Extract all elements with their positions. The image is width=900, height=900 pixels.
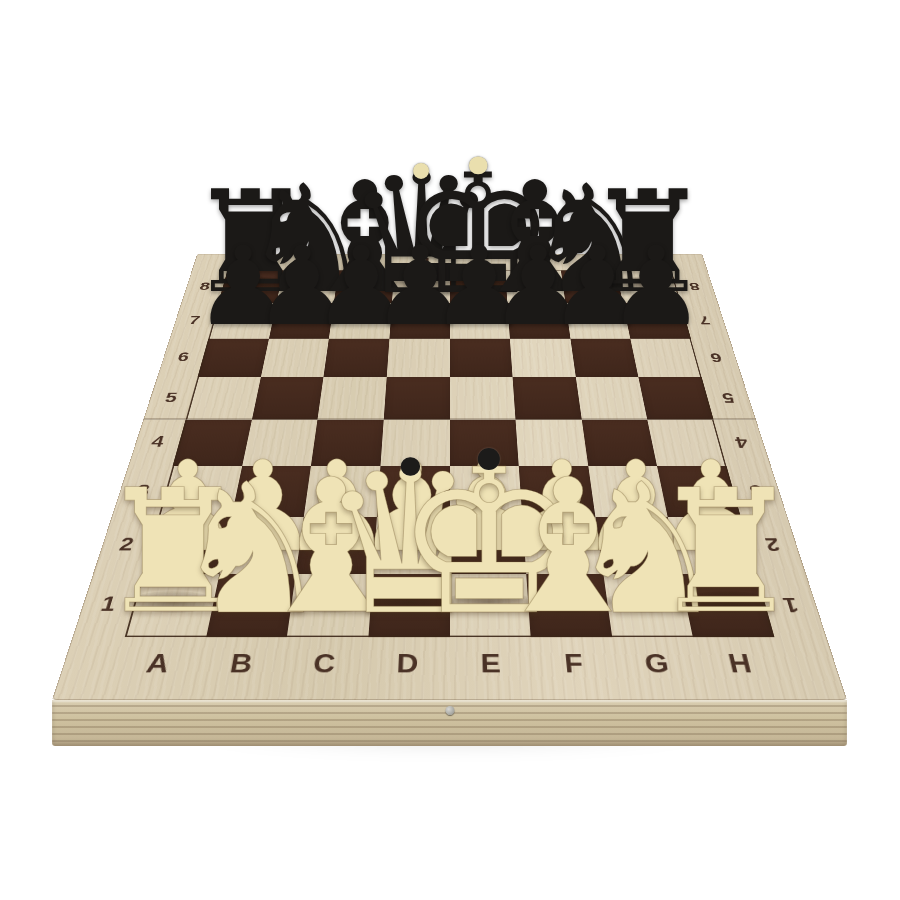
square-f5[interactable] [513, 377, 582, 419]
square-h5[interactable] [639, 377, 714, 419]
square-a5[interactable] [186, 377, 261, 419]
square-g5[interactable] [576, 377, 648, 419]
square-e5[interactable] [450, 377, 516, 419]
piece-black-pawn[interactable]: ♟︎ [607, 232, 705, 341]
piece-white-rook[interactable]: ♜︎ [649, 466, 802, 637]
square-c5[interactable] [318, 377, 387, 419]
board-front-edge [52, 700, 847, 746]
square-b5[interactable] [252, 377, 324, 419]
latch-screw [445, 706, 454, 715]
product-photo-scene: ABCDEFGH8877665544332211ABCDEFGH ♜︎♞︎♝︎♛… [0, 0, 900, 900]
square-d5[interactable] [384, 377, 450, 419]
